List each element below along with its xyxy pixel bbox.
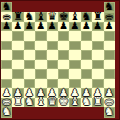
square-j6[interactable] bbox=[104, 50, 115, 60]
border-filler bbox=[24, 107, 35, 118]
black-pawn[interactable]: ♟ bbox=[2, 21, 11, 31]
square-h7[interactable] bbox=[81, 41, 92, 51]
square-d7[interactable] bbox=[35, 41, 46, 51]
black-pawn[interactable]: ♟ bbox=[48, 21, 57, 31]
border-filler bbox=[81, 107, 92, 118]
wizard-square-w2-bottom-right[interactable]: ♞ bbox=[104, 107, 115, 118]
square-i1[interactable]: ♜ bbox=[92, 98, 103, 108]
square-a5[interactable] bbox=[1, 60, 12, 70]
square-f7[interactable] bbox=[58, 41, 69, 51]
square-g8[interactable] bbox=[69, 31, 80, 41]
square-h9[interactable]: ♟ bbox=[81, 22, 92, 32]
square-f4[interactable] bbox=[58, 69, 69, 79]
square-g7[interactable] bbox=[69, 41, 80, 51]
square-c4[interactable] bbox=[24, 69, 35, 79]
square-a7[interactable] bbox=[1, 41, 12, 51]
square-b6[interactable] bbox=[12, 50, 23, 60]
square-b1[interactable]: ♜ bbox=[12, 98, 23, 108]
square-e6[interactable] bbox=[47, 50, 58, 60]
square-g4[interactable] bbox=[69, 69, 80, 79]
square-i7[interactable] bbox=[92, 41, 103, 51]
black-pawn[interactable]: ♟ bbox=[36, 21, 45, 31]
omega-chess-board-frame: ♞♞⛂♜♞♝♛♚♝♞♜⛂♟♟♟♟♟♟♟♟♟♟♟♟♟♟♟♟♟♟♟♟⛂♜♞♝♛♚♝♞… bbox=[0, 0, 120, 120]
square-h5[interactable] bbox=[81, 60, 92, 70]
square-e4[interactable] bbox=[47, 69, 58, 79]
omega-chess-board: ♞♞⛂♜♞♝♛♚♝♞♜⛂♟♟♟♟♟♟♟♟♟♟♟♟♟♟♟♟♟♟♟♟⛂♜♞♝♛♚♝♞… bbox=[1, 2, 115, 118]
square-b5[interactable] bbox=[12, 60, 23, 70]
wizard-square-w1-bottom-left[interactable]: ♞ bbox=[1, 107, 12, 118]
square-j8[interactable] bbox=[104, 31, 115, 41]
border-filler bbox=[69, 107, 80, 118]
square-j7[interactable] bbox=[104, 41, 115, 51]
white-knight[interactable]: ♞ bbox=[25, 97, 35, 107]
square-j5[interactable] bbox=[104, 60, 115, 70]
border-filler bbox=[35, 107, 46, 118]
black-pawn[interactable]: ♟ bbox=[25, 21, 34, 31]
square-b8[interactable] bbox=[12, 31, 23, 41]
square-j9[interactable]: ♟ bbox=[104, 22, 115, 32]
white-rook[interactable]: ♜ bbox=[13, 97, 23, 107]
square-c7[interactable] bbox=[24, 41, 35, 51]
square-h4[interactable] bbox=[81, 69, 92, 79]
square-g1[interactable]: ♝ bbox=[69, 98, 80, 108]
square-e1[interactable]: ♛ bbox=[47, 98, 58, 108]
white-bishop[interactable]: ♝ bbox=[36, 97, 46, 107]
square-f6[interactable] bbox=[58, 50, 69, 60]
square-g9[interactable]: ♟ bbox=[69, 22, 80, 32]
square-g6[interactable] bbox=[69, 50, 80, 60]
square-d6[interactable] bbox=[35, 50, 46, 60]
border-filler bbox=[92, 107, 103, 118]
white-king[interactable]: ♚ bbox=[59, 97, 69, 107]
white-wizard[interactable]: ♞ bbox=[2, 107, 12, 117]
square-h6[interactable] bbox=[81, 50, 92, 60]
square-h1[interactable]: ♞ bbox=[81, 98, 92, 108]
square-i5[interactable] bbox=[92, 60, 103, 70]
square-b9[interactable]: ♟ bbox=[12, 22, 23, 32]
square-d9[interactable]: ♟ bbox=[35, 22, 46, 32]
border-filler bbox=[47, 107, 58, 118]
white-wizard[interactable]: ♞ bbox=[104, 107, 114, 117]
black-pawn[interactable]: ♟ bbox=[93, 21, 102, 31]
square-c6[interactable] bbox=[24, 50, 35, 60]
square-b7[interactable] bbox=[12, 41, 23, 51]
square-i8[interactable] bbox=[92, 31, 103, 41]
square-e5[interactable] bbox=[47, 60, 58, 70]
square-d8[interactable] bbox=[35, 31, 46, 41]
square-d4[interactable] bbox=[35, 69, 46, 79]
white-queen[interactable]: ♛ bbox=[47, 97, 57, 107]
square-c8[interactable] bbox=[24, 31, 35, 41]
square-d1[interactable]: ♝ bbox=[35, 98, 46, 108]
square-d5[interactable] bbox=[35, 60, 46, 70]
square-a9[interactable]: ♟ bbox=[1, 22, 12, 32]
white-knight[interactable]: ♞ bbox=[81, 97, 91, 107]
square-c1[interactable]: ♞ bbox=[24, 98, 35, 108]
square-e7[interactable] bbox=[47, 41, 58, 51]
square-b4[interactable] bbox=[12, 69, 23, 79]
square-c5[interactable] bbox=[24, 60, 35, 70]
square-e9[interactable]: ♟ bbox=[47, 22, 58, 32]
border-filler bbox=[58, 107, 69, 118]
white-rook[interactable]: ♜ bbox=[93, 97, 103, 107]
black-pawn[interactable]: ♟ bbox=[82, 21, 91, 31]
square-e8[interactable] bbox=[47, 31, 58, 41]
square-j4[interactable] bbox=[104, 69, 115, 79]
square-f8[interactable] bbox=[58, 31, 69, 41]
square-i9[interactable]: ♟ bbox=[92, 22, 103, 32]
square-f5[interactable] bbox=[58, 60, 69, 70]
square-f9[interactable]: ♟ bbox=[58, 22, 69, 32]
black-pawn[interactable]: ♟ bbox=[14, 21, 23, 31]
border-filler bbox=[12, 107, 23, 118]
black-pawn[interactable]: ♟ bbox=[71, 21, 80, 31]
square-i6[interactable] bbox=[92, 50, 103, 60]
square-a8[interactable] bbox=[1, 31, 12, 41]
black-pawn[interactable]: ♟ bbox=[59, 21, 68, 31]
white-bishop[interactable]: ♝ bbox=[70, 97, 80, 107]
black-pawn[interactable]: ♟ bbox=[105, 21, 114, 31]
square-g5[interactable] bbox=[69, 60, 80, 70]
square-c9[interactable]: ♟ bbox=[24, 22, 35, 32]
square-a6[interactable] bbox=[1, 50, 12, 60]
square-f1[interactable]: ♚ bbox=[58, 98, 69, 108]
square-a4[interactable] bbox=[1, 69, 12, 79]
square-h8[interactable] bbox=[81, 31, 92, 41]
square-i4[interactable] bbox=[92, 69, 103, 79]
